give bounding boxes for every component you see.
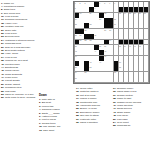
cell-number: 38 (119, 45, 121, 47)
grid-cell (89, 45, 93, 50)
grid-cell: 17 (139, 13, 143, 18)
grid-cell (144, 23, 148, 28)
grid-cell (134, 66, 138, 71)
crossword-grid: 1234567891011121314151617181920212223242… (73, 1, 150, 84)
grid-cell: 16 (134, 13, 138, 18)
grid-cell (119, 29, 123, 34)
grid-cell: 5 (104, 2, 108, 7)
grid-cell (139, 72, 143, 77)
grid-cell (79, 50, 83, 55)
cell-number: 27 (109, 29, 111, 31)
grid-cell (119, 18, 123, 23)
grid-cell (129, 34, 133, 39)
grid-cell (129, 50, 133, 55)
grid-cell (114, 45, 118, 50)
grid-cell: 12 (104, 13, 108, 18)
cell-number: 20 (99, 18, 101, 20)
cell-number: 48 (89, 61, 91, 63)
grid-cell (129, 72, 133, 77)
cell-number: 37 (104, 45, 106, 47)
cell-number: 52 (89, 66, 91, 68)
clue-item: 55. Compass dir. (113, 124, 149, 127)
grid-cell (144, 40, 148, 45)
cell-number: 57 (75, 77, 77, 79)
grid-cell: 13 (119, 13, 123, 18)
cell-number: 2 (80, 2, 81, 4)
cell-number: 46 (75, 55, 77, 57)
grid-cell (94, 72, 98, 77)
grid-cell (94, 77, 98, 82)
cell-number: 22 (75, 23, 77, 25)
cell-number: 16 (134, 12, 136, 14)
clue-item: 13. Take apart (39, 129, 72, 132)
cell-number: 54 (75, 71, 77, 73)
grid-cell (84, 56, 88, 61)
grid-cell: 30 (94, 34, 98, 39)
grid-cell (84, 18, 88, 23)
grid-cell (94, 66, 98, 71)
grid-cell: 42 (139, 45, 143, 50)
grid-cell (129, 56, 133, 61)
cell-number: 8 (75, 7, 76, 9)
grid-cell (109, 72, 113, 77)
cell-number: 15 (129, 12, 131, 14)
cell-number: 47 (104, 55, 106, 57)
cell-number: 43 (75, 50, 77, 52)
grid-cell (144, 66, 148, 71)
grid-cell (139, 66, 143, 71)
grid-cell (99, 7, 103, 12)
grid-cell (134, 56, 138, 61)
grid-cell-black (84, 61, 88, 66)
grid-cell (134, 29, 138, 34)
grid-cell: 56 (114, 72, 118, 77)
grid-cell (129, 2, 133, 7)
grid-cell (124, 66, 128, 71)
grid-cell (119, 23, 123, 28)
down-clues-list-1: 1. Note after fa2. Big heist3. Kind of t… (39, 98, 72, 132)
grid-cell (139, 18, 143, 23)
cell-number: 31 (80, 39, 82, 41)
grid-cell: 26 (104, 29, 108, 34)
grid-cell (144, 2, 148, 7)
cell-number: 53 (119, 66, 121, 68)
grid-cell (114, 34, 118, 39)
grid-cell (129, 61, 133, 66)
grid-cell (139, 56, 143, 61)
cell-number: 33 (89, 39, 91, 41)
grid-cell (79, 66, 83, 71)
down-clues-column-2: 14. Greek letter15. Tests the limits of1… (76, 87, 110, 124)
grid-cell (104, 72, 108, 77)
grid-cell (119, 72, 123, 77)
cell-number: 45 (104, 50, 106, 52)
grid-cell (134, 34, 138, 39)
grid-cell (124, 77, 128, 82)
grid-cell (124, 34, 128, 39)
down-header: Down (39, 94, 72, 97)
grid-cell (124, 29, 128, 34)
grid-cell: 18 (144, 13, 148, 18)
grid-cell: 2 (79, 2, 83, 7)
grid-cell: 6 (109, 2, 113, 7)
clue-item: 32. Takes a breather (76, 121, 110, 124)
grid-cell (124, 61, 128, 66)
grid-cell (94, 61, 98, 66)
cell-number: 4 (99, 2, 100, 4)
cell-number: 25 (85, 29, 87, 31)
grid-cell (89, 29, 93, 34)
grid-cell (109, 7, 113, 12)
grid-cell: 3 (84, 2, 88, 7)
grid-cell (139, 50, 143, 55)
grid-cell (114, 77, 118, 82)
grid-cell: 52 (89, 66, 93, 71)
grid-cell: 20 (99, 18, 103, 23)
grid-cell (129, 29, 133, 34)
grid-cell (109, 61, 113, 66)
grid-cell: 49 (99, 61, 103, 66)
down-clues-column-3: 34. Summer cooler36. Takes down a peg37.… (113, 87, 149, 128)
crossword-page: 1. Nibble on4. Planetarium display8. Sus… (0, 0, 150, 150)
grid-cell (114, 40, 118, 45)
grid-cell (134, 2, 138, 7)
grid-cell (139, 29, 143, 34)
grid-cell (139, 23, 143, 28)
grid-cell (139, 77, 143, 82)
grid-cell: 15 (129, 13, 133, 18)
cell-number: 3 (85, 2, 86, 4)
grid-cell (144, 50, 148, 55)
grid-cell (144, 45, 148, 50)
grid-cell (124, 72, 128, 77)
grid-cell (84, 13, 88, 18)
grid-cell (144, 34, 148, 39)
grid-cell (99, 34, 103, 39)
grid-cell (89, 2, 93, 7)
grid-cell: 28 (75, 34, 79, 39)
grid-cell: 46 (75, 56, 79, 61)
grid-cell: 53 (119, 66, 123, 71)
cell-number: 1 (75, 2, 76, 4)
grid-cell: 11 (89, 13, 93, 18)
grid-cell (124, 23, 128, 28)
grid-cell (129, 23, 133, 28)
grid-cell (134, 77, 138, 82)
grid-cell (134, 23, 138, 28)
grid-cell (124, 50, 128, 55)
grid-cell (109, 50, 113, 55)
grid-cell: 23 (89, 23, 93, 28)
grid-cell (79, 18, 83, 23)
grid-cell (134, 72, 138, 77)
grid-cell: 8 (75, 7, 79, 12)
grid-cell (144, 18, 148, 23)
cell-number: 35 (75, 45, 77, 47)
grid-cell: 7 (114, 2, 118, 7)
cell-number: 40 (129, 45, 131, 47)
grid-cell (144, 56, 148, 61)
cell-number: 36 (99, 45, 101, 47)
grid-cell (114, 56, 118, 61)
cell-number: 17 (139, 12, 141, 14)
cell-number: 23 (89, 23, 91, 25)
grid-cell (89, 77, 93, 82)
grid-cell (109, 13, 113, 18)
clue-number: 56. (1, 96, 5, 99)
cell-number: 56 (114, 71, 116, 73)
grid-cell (114, 7, 118, 12)
grid-cell (119, 34, 123, 39)
grid-cell (104, 66, 108, 71)
grid-cell: 9 (94, 7, 98, 12)
grid-cell (84, 7, 88, 12)
cell-number: 29 (80, 34, 82, 36)
grid-cell: 41 (134, 45, 138, 50)
grid-cell (129, 77, 133, 82)
grid-cell: 27 (109, 29, 113, 34)
grid-cell (134, 50, 138, 55)
cell-number: 11 (89, 12, 91, 14)
grid-cell (99, 29, 103, 34)
grid-cell (114, 50, 118, 55)
cell-number: 9 (94, 7, 95, 9)
grid-cell (119, 77, 123, 82)
grid-cell (99, 72, 103, 77)
cell-number: 32 (85, 39, 87, 41)
grid-cell: 24 (114, 23, 118, 28)
cell-number: 28 (75, 34, 77, 36)
clue-number: 55. (113, 124, 117, 127)
cell-number: 26 (104, 29, 106, 31)
cell-number: 6 (109, 2, 110, 4)
clue-item: 56. Gets ready to drive, perhaps (1, 96, 36, 99)
grid-cell (99, 77, 103, 82)
grid-cell-black (99, 50, 103, 55)
cell-number: 55 (85, 71, 87, 73)
grid-cell (109, 66, 113, 71)
cell-number: 24 (114, 23, 116, 25)
grid-cell (99, 66, 103, 71)
cell-number: 34 (109, 39, 111, 41)
cell-number: 42 (139, 45, 141, 47)
grid-cell: 36 (99, 45, 103, 50)
grid-cell (114, 29, 118, 34)
grid-cell (79, 61, 83, 66)
cell-number: 30 (94, 34, 96, 36)
grid-cell (79, 56, 83, 61)
grid-cell (109, 77, 113, 82)
cell-number: 13 (119, 12, 121, 14)
grid-cell (139, 61, 143, 66)
grid-cell: 14 (124, 13, 128, 18)
grid-cell (109, 56, 113, 61)
grid-cell (79, 72, 83, 77)
grid-cell (104, 61, 108, 66)
grid-cell (94, 23, 98, 28)
grid-cell (89, 50, 93, 55)
grid-cell-black (104, 18, 108, 23)
grid-cell (134, 61, 138, 66)
cell-number: 18 (144, 12, 146, 14)
grid-cell: 40 (129, 45, 133, 50)
grid-cell (89, 72, 93, 77)
grid-cell: 47 (104, 56, 108, 61)
down-clues-column-1: Down 1. Note after fa2. Big heist3. Kind… (39, 94, 72, 132)
grid-cell (134, 18, 138, 23)
cell-number: 14 (124, 12, 126, 14)
cell-number: 19 (75, 18, 77, 20)
cell-number: 5 (104, 2, 105, 4)
clue-number: 32. (76, 121, 80, 124)
grid-cell: 39 (124, 45, 128, 50)
grid-cell (94, 40, 98, 45)
grid-cell (84, 50, 88, 55)
grid-cell (99, 23, 103, 28)
cell-number: 49 (99, 61, 101, 63)
cell-number: 21 (114, 18, 116, 20)
grid-cell: 4 (99, 2, 103, 7)
grid-cell-black (114, 61, 118, 66)
grid-cell (124, 18, 128, 23)
grid-cell (144, 77, 148, 82)
grid-cell (104, 34, 108, 39)
cell-number: 12 (104, 12, 106, 14)
grid-cell: 22 (75, 23, 79, 28)
grid-cell (144, 61, 148, 66)
grid-cell (129, 18, 133, 23)
grid-cell: 34 (109, 40, 113, 45)
grid-cell (84, 45, 88, 50)
grid-cell (129, 66, 133, 71)
across-clues-column: 1. Nibble on4. Planetarium display8. Sus… (1, 2, 36, 100)
grid-cell (124, 56, 128, 61)
cell-number: 10 (80, 12, 82, 14)
grid-cell: 25 (84, 29, 88, 34)
grid-cell: 55 (84, 72, 88, 77)
grid-cell (144, 72, 148, 77)
grid-cell: 44 (94, 50, 98, 55)
cell-number: 44 (94, 50, 96, 52)
cell-number: 41 (134, 45, 136, 47)
grid-cell (124, 2, 128, 7)
grid-cell (119, 2, 123, 7)
grid-cell (104, 77, 108, 82)
grid-cell (144, 29, 148, 34)
grid-cell: 33 (89, 40, 93, 45)
cell-number: 51 (75, 66, 77, 68)
grid-cell (94, 13, 98, 18)
grid-cell: 10 (79, 13, 83, 18)
grid-cell (139, 2, 143, 7)
grid-cell: 57 (75, 77, 79, 82)
cell-number: 50 (119, 61, 121, 63)
grid-cell: 31 (79, 40, 83, 45)
grid-cell: 32 (84, 40, 88, 45)
grid-cell-black (109, 18, 113, 23)
grid-cell (79, 77, 83, 82)
grid-cell (94, 18, 98, 23)
cell-number: 39 (124, 45, 126, 47)
grid-cell (79, 23, 83, 28)
grid-cell (139, 34, 143, 39)
grid-cell (109, 45, 113, 50)
grid-cell (94, 56, 98, 61)
clue-number: 13. (39, 129, 43, 132)
grid-cell (119, 50, 123, 55)
cell-number: 7 (114, 2, 115, 4)
grid-cell (84, 77, 88, 82)
grid-cell: 38 (119, 45, 123, 50)
grid-cell (79, 45, 83, 50)
